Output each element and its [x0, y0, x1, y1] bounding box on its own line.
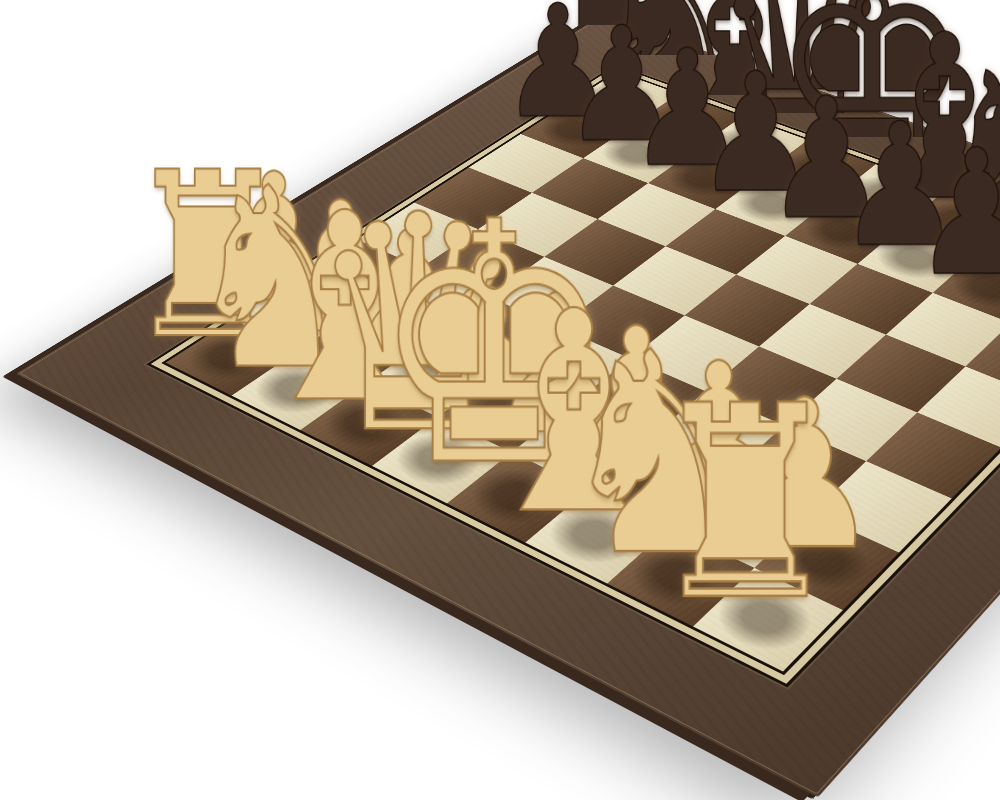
black-pawn-glyph: ♟ — [915, 153, 1000, 330]
white-rook-glyph: ♜ — [576, 371, 913, 637]
piece-white-rook: ♜ — [692, 565, 842, 668]
product-photo-scene: ♜♞♝♛♚♝♞♜♟♟♟♟♟♟♟♟♟♟♟♟♟♟♟♟♜♞♝♛♚♝♞♜ — [0, 0, 1000, 800]
chess-board: ♜♞♝♛♚♝♞♜♟♟♟♟♟♟♟♟♟♟♟♟♟♟♟♟♜♞♝♛♚♝♞♜ — [16, 16, 1000, 798]
